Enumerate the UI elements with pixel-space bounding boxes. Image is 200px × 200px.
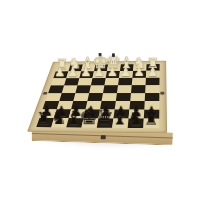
square-c3 (118, 78, 132, 85)
square-e4 (89, 85, 104, 93)
white-rook: ♜ (56, 58, 68, 72)
square-b5 (130, 93, 145, 101)
square-b4 (131, 85, 146, 93)
square-d5 (102, 93, 117, 101)
square-c6 (115, 101, 131, 110)
square-b3 (132, 78, 146, 85)
square-d3 (104, 78, 119, 85)
black-pawn: ♟ (100, 104, 113, 118)
board-grid: ♜♞♝♚♛♝♞♜♟♟♟♟♟♟♟♟♟♟♟♟♟♟♟♟♜♞♝♚♛♝♞♜ (36, 64, 159, 128)
square-a6 (144, 101, 159, 110)
square-b6 (129, 101, 144, 110)
white-bishop: ♝ (119, 55, 133, 71)
product-photo: ♜♞♝♚♛♝♞♜♟♟♟♟♟♟♟♟♟♟♟♟♟♟♟♟♜♞♝♚♛♝♞♜ (0, 0, 200, 200)
square-d8: ♛ (97, 118, 114, 127)
square-c5 (116, 93, 131, 101)
square-g2: ♟ (66, 71, 81, 78)
square-c7: ♟ (113, 110, 129, 119)
square-g5 (59, 93, 75, 101)
square-c8: ♝ (112, 118, 128, 128)
square-a3 (146, 78, 160, 85)
square-d2: ♟ (106, 71, 120, 78)
square-b7: ♟ (129, 110, 145, 119)
white-bishop: ♝ (81, 55, 95, 71)
square-a4 (145, 85, 159, 93)
white-rook: ♜ (147, 57, 160, 71)
white-queen: ♛ (105, 53, 121, 71)
square-g6 (57, 101, 74, 109)
square-f3 (77, 78, 92, 85)
square-f6 (71, 101, 87, 109)
square-a8: ♜ (143, 119, 159, 129)
square-g3 (64, 78, 79, 85)
black-pawn: ♟ (130, 104, 143, 118)
chessboard: ♜♞♝♚♛♝♞♜♟♟♟♟♟♟♟♟♟♟♟♟♟♟♟♟♜♞♝♚♛♝♞♜ (27, 61, 167, 133)
square-d4 (103, 85, 118, 93)
white-knight: ♞ (133, 56, 146, 71)
square-c4 (117, 85, 132, 93)
square-a7: ♟ (144, 110, 159, 119)
square-d6 (100, 101, 116, 109)
square-h8: ♜ (36, 118, 54, 127)
square-c2: ♟ (119, 71, 133, 78)
square-b2: ♟ (132, 71, 146, 78)
black-knight: ♞ (51, 110, 67, 128)
square-d7: ♟ (98, 109, 114, 118)
white-knight: ♞ (68, 56, 81, 71)
chessboard-scene: ♜♞♝♚♛♝♞♜♟♟♟♟♟♟♟♟♟♟♟♟♟♟♟♟♜♞♝♚♛♝♞♜ (40, 30, 164, 154)
square-a2: ♟ (146, 71, 160, 78)
square-a5 (145, 93, 160, 101)
square-b8: ♞ (128, 119, 144, 129)
